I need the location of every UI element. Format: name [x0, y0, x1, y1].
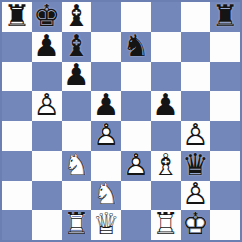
- piece-white-knight[interactable]: ♞♘: [62, 151, 92, 181]
- square-b2[interactable]: [32, 181, 62, 211]
- square-e1[interactable]: [121, 210, 151, 240]
- chess-board: ♜♚♝♜♟♝♞♟♟♙♟♟♟♙♟♙♞♘♟♙♝♗♛♞♘♟♙♜♖♛♕♜♖♚♔: [0, 0, 242, 242]
- square-a5[interactable]: [2, 91, 32, 121]
- square-h5[interactable]: [210, 91, 240, 121]
- square-g8[interactable]: [181, 2, 211, 32]
- piece-outline-glyph: ♙: [182, 179, 209, 209]
- square-h7[interactable]: [210, 32, 240, 62]
- square-f1[interactable]: ♜♖: [151, 210, 181, 240]
- square-b5[interactable]: ♟♙: [32, 91, 62, 121]
- piece-solid-glyph: ♝: [63, 1, 90, 31]
- piece-solid-glyph: ♟: [33, 30, 60, 60]
- square-c6[interactable]: ♟: [62, 62, 92, 92]
- square-a8[interactable]: ♜: [2, 2, 32, 32]
- piece-black-rook[interactable]: ♜: [210, 2, 240, 32]
- square-a6[interactable]: [2, 62, 32, 92]
- square-a2[interactable]: [2, 181, 32, 211]
- square-f3[interactable]: ♝♗: [151, 151, 181, 181]
- piece-solid-glyph: ♛: [182, 149, 209, 179]
- piece-black-knight[interactable]: ♞: [121, 32, 151, 62]
- square-e3[interactable]: ♟♙: [121, 151, 151, 181]
- square-f7[interactable]: [151, 32, 181, 62]
- piece-outline-glyph: ♖: [152, 209, 179, 239]
- square-h6[interactable]: [210, 62, 240, 92]
- piece-black-pawn[interactable]: ♟: [62, 62, 92, 92]
- piece-solid-glyph: ♜: [212, 1, 239, 31]
- square-h2[interactable]: [210, 181, 240, 211]
- square-a3[interactable]: [2, 151, 32, 181]
- square-a4[interactable]: [2, 121, 32, 151]
- piece-white-pawn[interactable]: ♟♙: [32, 91, 62, 121]
- piece-white-bishop[interactable]: ♝♗: [151, 151, 181, 181]
- square-b3[interactable]: [32, 151, 62, 181]
- square-d8[interactable]: [91, 2, 121, 32]
- piece-solid-glyph: ♞: [122, 30, 149, 60]
- piece-white-pawn[interactable]: ♟♙: [121, 151, 151, 181]
- square-g6[interactable]: [181, 62, 211, 92]
- piece-outline-glyph: ♙: [182, 120, 209, 150]
- piece-outline-glyph: ♙: [122, 149, 149, 179]
- piece-solid-glyph: ♟: [152, 90, 179, 120]
- square-h4[interactable]: [210, 121, 240, 151]
- square-g7[interactable]: [181, 32, 211, 62]
- piece-black-rook[interactable]: ♜: [2, 2, 32, 32]
- square-b4[interactable]: [32, 121, 62, 151]
- piece-white-rook[interactable]: ♜♖: [151, 210, 181, 240]
- piece-solid-glyph: ♝: [63, 30, 90, 60]
- piece-outline-glyph: ♘: [93, 179, 120, 209]
- piece-black-pawn[interactable]: ♟: [151, 91, 181, 121]
- square-b7[interactable]: ♟: [32, 32, 62, 62]
- square-c5[interactable]: [62, 91, 92, 121]
- square-a1[interactable]: [2, 210, 32, 240]
- piece-outline-glyph: ♕: [93, 209, 120, 239]
- square-e6[interactable]: [121, 62, 151, 92]
- square-d4[interactable]: ♟♙: [91, 121, 121, 151]
- square-f8[interactable]: [151, 2, 181, 32]
- square-b1[interactable]: [32, 210, 62, 240]
- square-f5[interactable]: ♟: [151, 91, 181, 121]
- piece-outline-glyph: ♔: [182, 209, 209, 239]
- square-d7[interactable]: [91, 32, 121, 62]
- piece-outline-glyph: ♗: [152, 149, 179, 179]
- piece-outline-glyph: ♙: [93, 120, 120, 150]
- square-c1[interactable]: ♜♖: [62, 210, 92, 240]
- square-h1[interactable]: [210, 210, 240, 240]
- piece-solid-glyph: ♚: [33, 1, 60, 31]
- square-e5[interactable]: [121, 91, 151, 121]
- square-d1[interactable]: ♛♕: [91, 210, 121, 240]
- piece-black-pawn[interactable]: ♟: [32, 32, 62, 62]
- piece-outline-glyph: ♙: [33, 90, 60, 120]
- piece-solid-glyph: ♟: [63, 60, 90, 90]
- square-h3[interactable]: [210, 151, 240, 181]
- piece-outline-glyph: ♖: [63, 209, 90, 239]
- piece-solid-glyph: ♜: [3, 1, 30, 31]
- square-c3[interactable]: ♞♘: [62, 151, 92, 181]
- piece-solid-glyph: ♟: [93, 90, 120, 120]
- piece-white-pawn[interactable]: ♟♙: [91, 121, 121, 151]
- square-h8[interactable]: ♜: [210, 2, 240, 32]
- square-e2[interactable]: [121, 181, 151, 211]
- piece-white-king[interactable]: ♚♔: [181, 210, 211, 240]
- square-e7[interactable]: ♞: [121, 32, 151, 62]
- chess-board-wrap: ♜♚♝♜♟♝♞♟♟♙♟♟♟♙♟♙♞♘♟♙♝♗♛♞♘♟♙♜♖♛♕♜♖♚♔: [0, 0, 242, 242]
- piece-white-rook[interactable]: ♜♖: [62, 210, 92, 240]
- square-a7[interactable]: [2, 32, 32, 62]
- piece-outline-glyph: ♘: [63, 149, 90, 179]
- square-g1[interactable]: ♚♔: [181, 210, 211, 240]
- piece-white-queen[interactable]: ♛♕: [91, 210, 121, 240]
